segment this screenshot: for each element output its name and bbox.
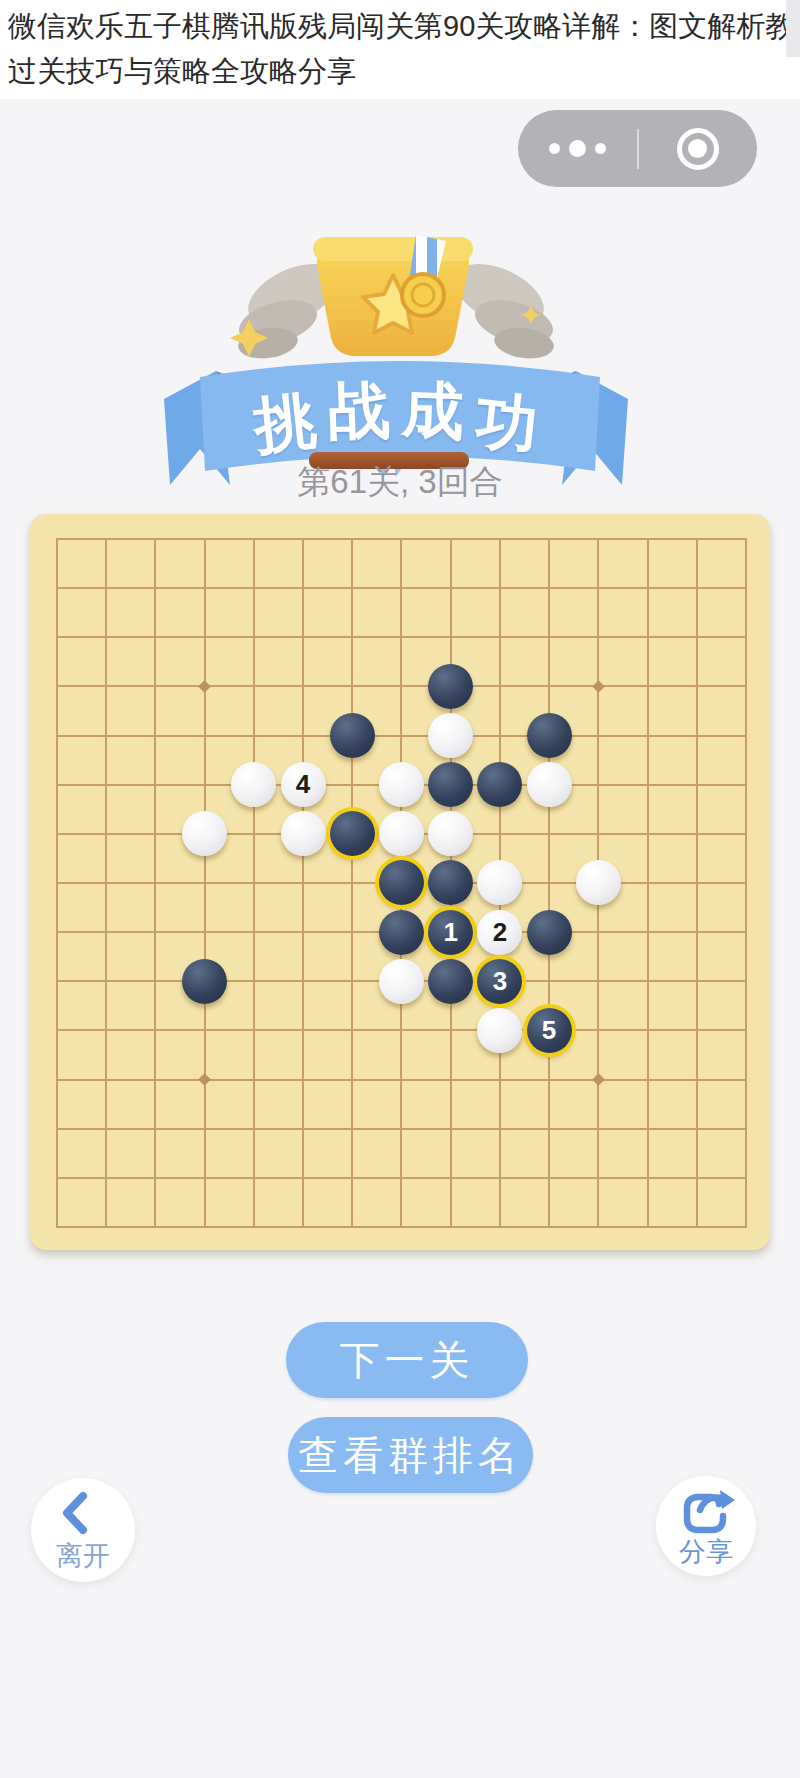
stone-white <box>576 860 621 905</box>
trophy-cup-icon <box>313 237 473 356</box>
level-subtitle: 第61关, 3回合 <box>0 460 800 505</box>
stone-black <box>428 664 473 709</box>
grid-line-v <box>745 538 747 1228</box>
stone-black <box>477 762 522 807</box>
grid-line-h <box>56 1128 747 1130</box>
grid-line-v <box>548 538 550 1228</box>
stone-white <box>527 762 572 807</box>
stone-black <box>379 860 424 905</box>
stone-white <box>428 811 473 856</box>
grid-line-h <box>56 1029 747 1031</box>
leave-button[interactable]: 离开 <box>31 1478 135 1582</box>
stone-black <box>428 860 473 905</box>
next-level-button[interactable]: 下一关 <box>286 1322 528 1398</box>
stone-white <box>281 811 326 856</box>
stone-white-move-2: 2 <box>477 910 522 955</box>
share-button[interactable]: 分享 <box>656 1476 756 1576</box>
grid-line-v <box>696 538 698 1228</box>
stone-white <box>379 811 424 856</box>
grid-line-h <box>56 1177 747 1179</box>
dot-icon <box>595 143 606 154</box>
star-point <box>592 1073 605 1086</box>
stone-black <box>330 811 375 856</box>
group-rank-button[interactable]: 查看群排名 <box>288 1417 533 1493</box>
stone-black-move-5: 5 <box>527 1008 572 1053</box>
stone-white <box>231 762 276 807</box>
capsule-more-button[interactable] <box>518 110 637 187</box>
medal-icon <box>402 274 444 316</box>
dot-icon <box>569 140 586 157</box>
capsule-close-button[interactable] <box>639 110 758 187</box>
back-chevron-icon <box>60 1491 90 1535</box>
star-point <box>198 680 211 693</box>
stone-white <box>428 713 473 758</box>
banner-text: 挑战成功 <box>150 374 642 454</box>
board: 41235 <box>30 514 770 1250</box>
stone-white <box>182 811 227 856</box>
stone-white <box>379 959 424 1004</box>
stone-black <box>379 910 424 955</box>
page-title-line2: 过关技巧与策略全攻略分享 <box>8 49 800 94</box>
capsule-target-icon <box>677 128 719 170</box>
share-label: 分享 <box>656 1534 756 1570</box>
grid-line-h <box>56 1079 747 1081</box>
stone-black-move-1: 1 <box>428 910 473 955</box>
stone-black <box>330 713 375 758</box>
dot-icon <box>549 143 560 154</box>
star-point <box>198 1073 211 1086</box>
more-dots-icon <box>549 140 606 157</box>
share-arrow-icon <box>681 1488 737 1534</box>
stone-black <box>428 959 473 1004</box>
star-point <box>592 680 605 693</box>
miniprogram-capsule[interactable] <box>518 110 757 187</box>
grid-line-h <box>56 1226 747 1228</box>
stone-black <box>182 959 227 1004</box>
leave-label: 离开 <box>31 1538 135 1574</box>
page-corner-patch <box>786 0 800 57</box>
stone-white <box>379 762 424 807</box>
stone-white <box>477 1008 522 1053</box>
stone-black-move-3: 3 <box>477 959 522 1004</box>
stone-black <box>428 762 473 807</box>
page-title: 微信欢乐五子棋腾讯版残局闯关第90关攻略详解：图文解析教你轻松 过关技巧与策略全… <box>0 0 800 99</box>
stone-black <box>527 713 572 758</box>
stone-black <box>527 910 572 955</box>
page-title-line1: 微信欢乐五子棋腾讯版残局闯关第90关攻略详解：图文解析教你轻松 <box>8 4 800 49</box>
stone-white-move-4: 4 <box>281 762 326 807</box>
stone-white <box>477 860 522 905</box>
grid-line-v <box>647 538 649 1228</box>
